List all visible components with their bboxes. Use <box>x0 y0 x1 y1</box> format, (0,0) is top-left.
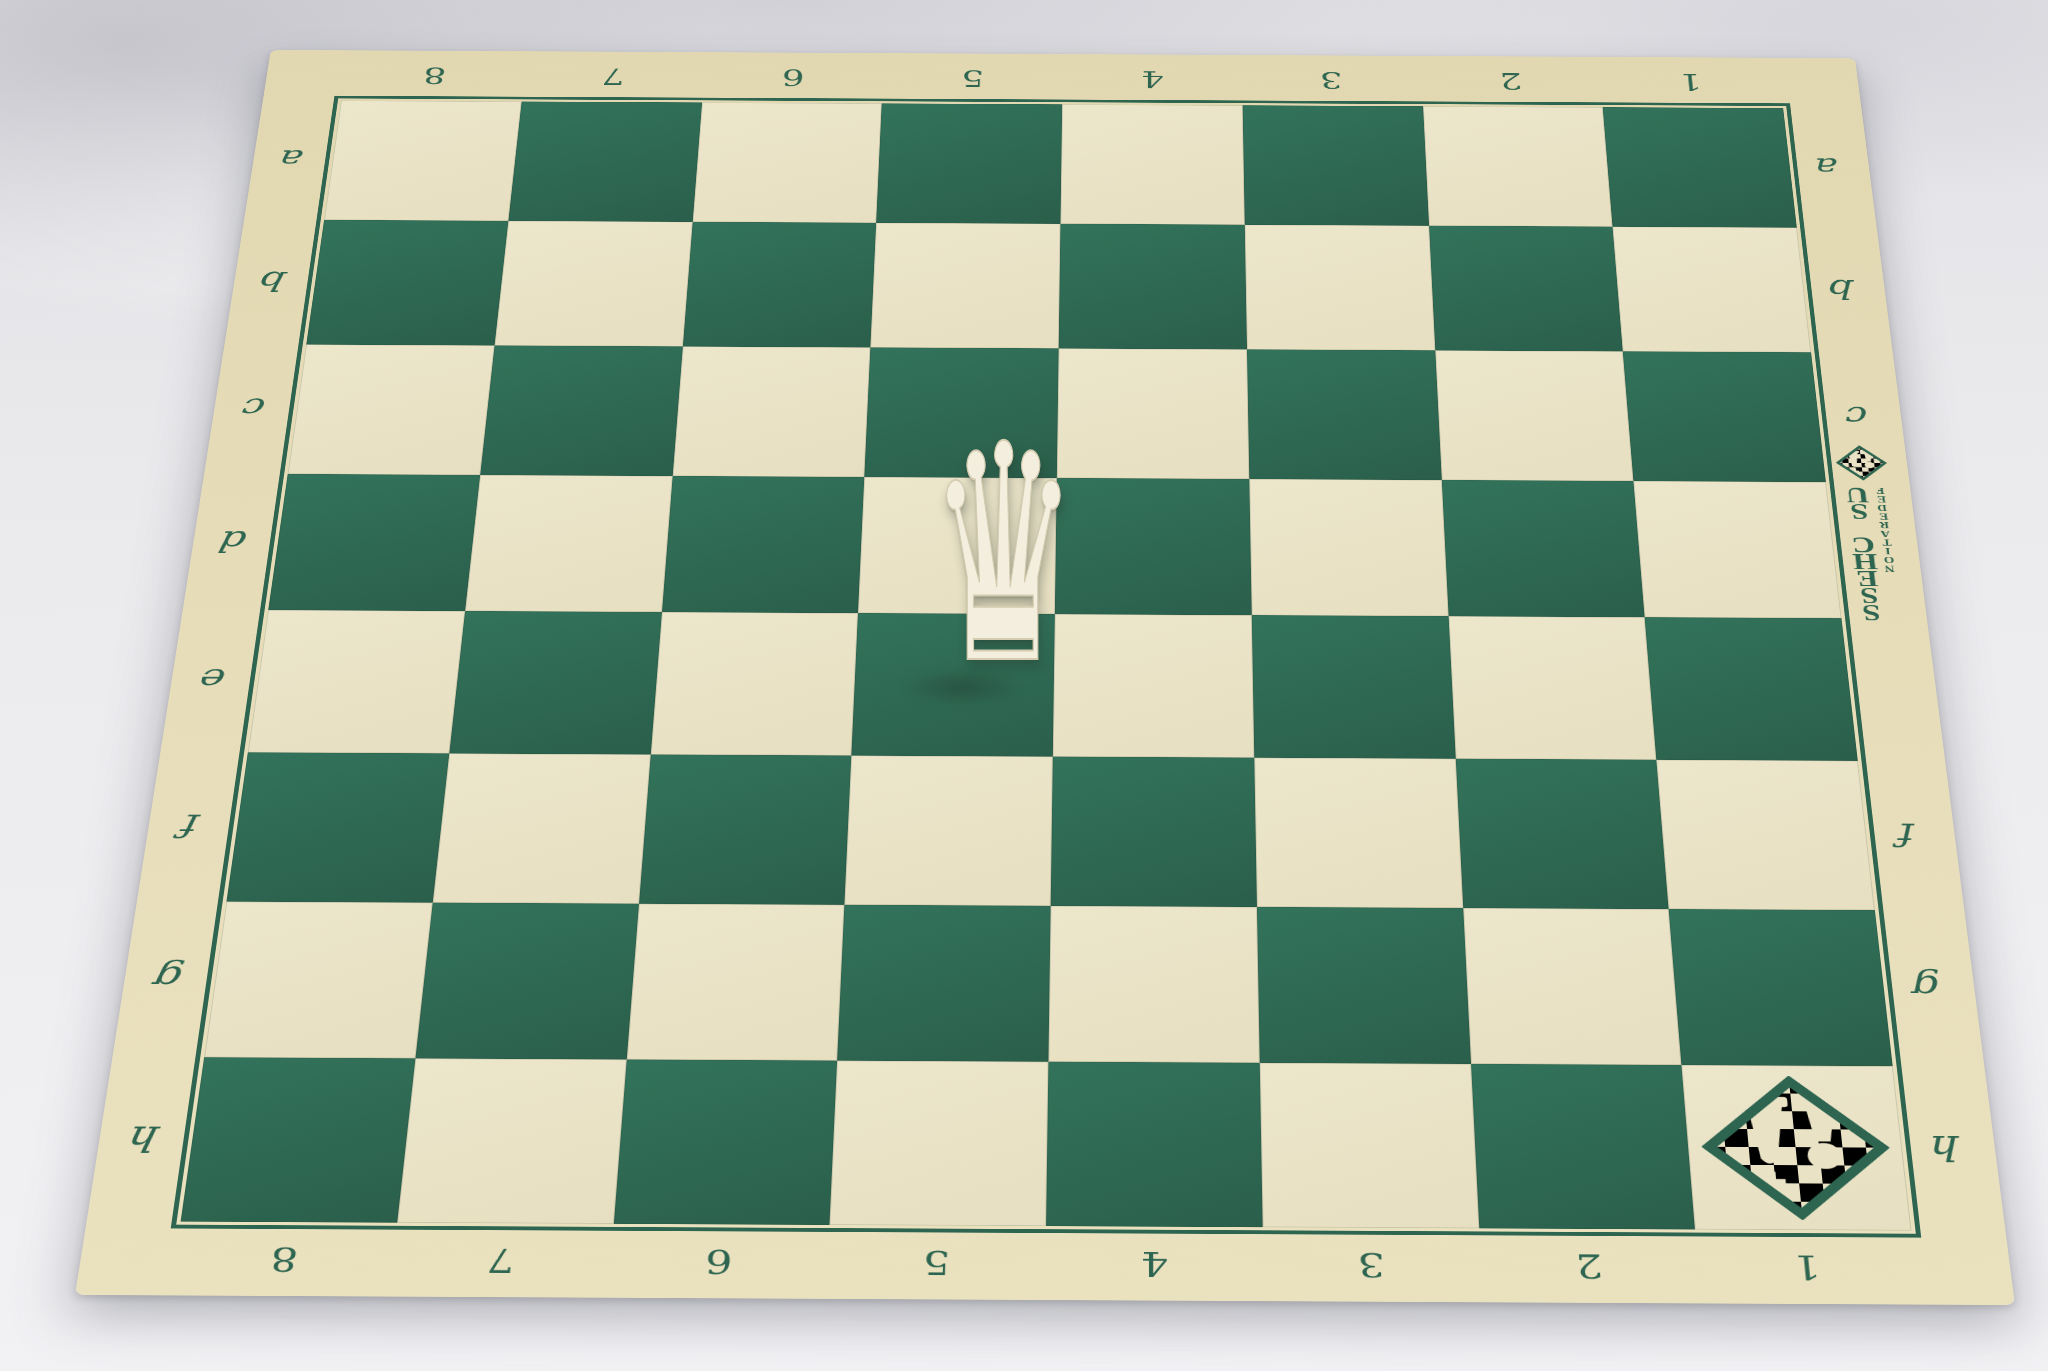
square-b6[interactable] <box>682 222 876 347</box>
square-d7[interactable] <box>465 475 672 612</box>
square-a3[interactable] <box>1242 105 1428 225</box>
square-g2[interactable] <box>1463 908 1682 1066</box>
rank-label-top-7: 7 <box>522 53 706 99</box>
square-h5[interactable] <box>830 1061 1049 1226</box>
file-label-left-g: g <box>118 901 222 1058</box>
file-label-left-d: d <box>188 474 283 610</box>
square-e2[interactable] <box>1448 616 1656 759</box>
square-g4[interactable] <box>1048 906 1259 1063</box>
square-g5[interactable] <box>837 904 1050 1061</box>
square-a6[interactable] <box>692 102 882 222</box>
square-h7[interactable] <box>397 1059 626 1224</box>
square-e7[interactable] <box>449 611 661 754</box>
square-h3[interactable] <box>1259 1063 1478 1228</box>
square-d2[interactable] <box>1441 480 1644 617</box>
square-g1[interactable] <box>1669 909 1893 1067</box>
square-a4[interactable] <box>1060 104 1244 224</box>
rank-label-top-8: 8 <box>342 52 527 98</box>
square-a1[interactable] <box>1603 107 1797 227</box>
us-chess-corner-logo <box>1681 1065 1911 1231</box>
square-g3[interactable] <box>1257 907 1471 1065</box>
square-h2[interactable] <box>1471 1064 1696 1229</box>
square-a8[interactable] <box>324 101 521 221</box>
square-f5[interactable] <box>845 755 1053 905</box>
square-d3[interactable] <box>1249 479 1448 616</box>
file-label-right-c: c <box>1815 352 1904 483</box>
us-chess-diamond-logo-icon <box>1695 1075 1897 1220</box>
square-f2[interactable] <box>1455 759 1669 909</box>
file-label-left-c: c <box>209 344 302 474</box>
file-label-right-a: a <box>1787 108 1871 228</box>
square-c3[interactable] <box>1247 349 1442 480</box>
square-a5[interactable] <box>876 103 1062 223</box>
square-g6[interactable] <box>626 903 844 1060</box>
square-f1[interactable] <box>1657 760 1875 910</box>
file-label-left-a: a <box>249 100 337 220</box>
file-label-left-b: b <box>230 219 320 344</box>
square-g7[interactable] <box>415 902 638 1059</box>
square-b1[interactable] <box>1613 227 1811 353</box>
file-label-left-e: e <box>166 610 264 753</box>
square-a7[interactable] <box>508 102 701 222</box>
square-b2[interactable] <box>1429 226 1623 352</box>
square-c1[interactable] <box>1623 351 1826 482</box>
rank-label-top-3: 3 <box>1242 57 1423 103</box>
rank-label-bottom-4: 4 <box>1045 1230 1264 1298</box>
white-queen[interactable]: ♛ <box>928 420 992 710</box>
square-c4[interactable] <box>1057 348 1249 479</box>
square-b4[interactable] <box>1059 224 1247 349</box>
square-e1[interactable] <box>1645 617 1858 760</box>
file-label-right-g: g <box>1880 910 1979 1067</box>
square-d4[interactable] <box>1055 478 1252 615</box>
rank-label-top-5: 5 <box>882 55 1063 101</box>
square-b7[interactable] <box>494 221 692 346</box>
rank-label-bottom-1: 1 <box>1695 1233 1919 1301</box>
rank-label-top-4: 4 <box>1062 56 1242 102</box>
square-e8[interactable] <box>248 610 465 753</box>
rank-label-bottom-5: 5 <box>826 1229 1046 1297</box>
rank-label-top-1: 1 <box>1599 59 1783 105</box>
file-label-right-b: b <box>1801 228 1888 353</box>
square-c2[interactable] <box>1435 350 1634 481</box>
square-a2[interactable] <box>1423 106 1613 226</box>
square-b8[interactable] <box>306 220 508 345</box>
rank-label-bottom-6: 6 <box>608 1228 830 1296</box>
square-f8[interactable] <box>226 752 449 902</box>
rank-label-bottom-2: 2 <box>1479 1232 1701 1300</box>
square-f7[interactable] <box>433 753 651 903</box>
square-f3[interactable] <box>1254 757 1463 907</box>
square-d1[interactable] <box>1634 481 1842 618</box>
square-b5[interactable] <box>871 223 1061 348</box>
square-c8[interactable] <box>288 344 495 475</box>
rank-label-top-6: 6 <box>702 54 884 100</box>
square-c7[interactable] <box>480 345 683 476</box>
rank-label-bottom-8: 8 <box>170 1225 396 1293</box>
square-f6[interactable] <box>639 754 852 904</box>
square-h8[interactable] <box>181 1057 416 1222</box>
square-f4[interactable] <box>1051 756 1257 906</box>
square-h6[interactable] <box>613 1060 837 1225</box>
file-label-left-f: f <box>143 752 244 901</box>
square-c6[interactable] <box>672 346 870 477</box>
square-d6[interactable] <box>662 476 865 613</box>
square-e4[interactable] <box>1053 614 1254 757</box>
rank-label-top-2: 2 <box>1420 58 1602 104</box>
file-label-right-f: f <box>1862 761 1958 911</box>
square-e3[interactable] <box>1252 615 1456 758</box>
rank-label-bottom-3: 3 <box>1262 1231 1482 1299</box>
file-label-right-h: h <box>1898 1066 2000 1231</box>
rank-label-bottom-7: 7 <box>389 1227 613 1295</box>
square-b3[interactable] <box>1245 225 1435 351</box>
square-h4[interactable] <box>1046 1062 1262 1227</box>
square-d8[interactable] <box>268 474 480 611</box>
square-e6[interactable] <box>650 612 858 755</box>
square-g8[interactable] <box>204 901 432 1058</box>
